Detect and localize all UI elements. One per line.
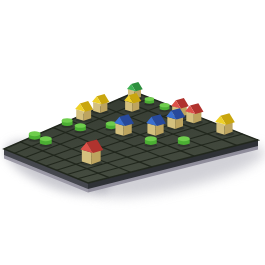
tree-icon	[74, 122, 87, 133]
tree-icon	[144, 96, 155, 105]
house-icon	[113, 113, 135, 137]
pieces-layer	[0, 0, 265, 265]
tree-icon	[144, 135, 158, 147]
house-icon	[214, 112, 236, 135]
tree-icon	[61, 117, 73, 128]
house-icon	[145, 113, 167, 137]
house-icon	[165, 107, 186, 130]
house-icon	[79, 138, 104, 165]
house-icon	[184, 102, 204, 124]
board-game-photo	[0, 0, 265, 265]
tree-icon	[177, 135, 191, 147]
tree-icon	[39, 135, 53, 147]
house-icon	[123, 92, 142, 112]
house-icon	[74, 100, 94, 122]
